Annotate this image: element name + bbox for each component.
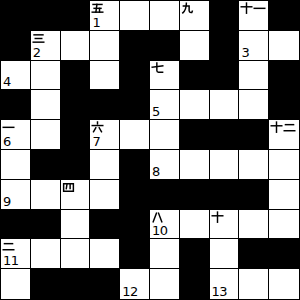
cell-r8c0[interactable]: 11 xyxy=(1,239,31,269)
cell-r9c5[interactable] xyxy=(150,269,180,299)
cell-r4c2 xyxy=(61,120,91,150)
cell-r6c9[interactable] xyxy=(269,180,299,210)
cell-r6c2[interactable] xyxy=(61,180,91,210)
cell-r3c9 xyxy=(269,90,299,120)
cell-r6c6 xyxy=(180,180,210,210)
cell-r4c1[interactable] xyxy=(31,120,61,150)
across-number-label: 11 xyxy=(3,254,19,268)
crossword-board: 12345678910111213 xyxy=(0,0,300,300)
down-number-label xyxy=(240,2,266,15)
cell-r5c3[interactable] xyxy=(90,150,120,180)
cell-r5c5[interactable]: 8 xyxy=(150,150,180,180)
cell-r8c7[interactable] xyxy=(210,239,240,269)
cell-r7c6[interactable] xyxy=(180,210,210,240)
down-number-glyph xyxy=(253,2,266,15)
cell-r1c3[interactable] xyxy=(90,31,120,61)
cell-r1c4 xyxy=(120,31,150,61)
cell-r8c9 xyxy=(269,239,299,269)
cell-r9c1 xyxy=(31,269,61,299)
cell-r7c0 xyxy=(1,210,31,240)
cell-r0c1 xyxy=(31,1,61,31)
cell-r4c8 xyxy=(239,120,269,150)
cell-r1c6[interactable] xyxy=(180,31,210,61)
cell-r6c8 xyxy=(239,180,269,210)
cell-r0c8[interactable] xyxy=(239,1,269,31)
cell-r3c0 xyxy=(1,90,31,120)
down-number-label xyxy=(151,62,164,75)
cell-r7c8[interactable] xyxy=(239,210,269,240)
cell-r3c4 xyxy=(120,90,150,120)
down-number-glyph xyxy=(151,211,164,224)
down-number-glyph xyxy=(91,2,104,15)
cell-r2c9 xyxy=(269,61,299,91)
down-number-glyph xyxy=(211,211,224,224)
cell-r8c2[interactable] xyxy=(61,239,91,269)
cell-r5c0[interactable] xyxy=(1,150,31,180)
cell-r5c2 xyxy=(61,150,91,180)
cell-r1c0 xyxy=(1,31,31,61)
cell-r9c3 xyxy=(90,269,120,299)
down-number-label xyxy=(211,211,224,224)
cell-r4c9[interactable] xyxy=(269,120,299,150)
cell-r2c7 xyxy=(210,61,240,91)
cell-r0c9 xyxy=(269,1,299,31)
cell-r0c2 xyxy=(61,1,91,31)
cell-r1c2[interactable] xyxy=(61,31,91,61)
cell-r5c7[interactable] xyxy=(210,150,240,180)
down-number-label xyxy=(2,240,15,253)
cell-r3c2 xyxy=(61,90,91,120)
cell-r4c6 xyxy=(180,120,210,150)
down-number-label xyxy=(2,121,15,134)
cell-r8c4 xyxy=(120,239,150,269)
across-number-label: 1 xyxy=(92,16,100,30)
down-number-label xyxy=(151,211,164,224)
cell-r6c5 xyxy=(150,180,180,210)
cell-r8c3[interactable] xyxy=(90,239,120,269)
across-number-label: 13 xyxy=(212,285,228,299)
down-number-label xyxy=(62,181,75,194)
cell-r5c1 xyxy=(31,150,61,180)
down-number-glyph xyxy=(32,32,45,45)
cell-r4c7 xyxy=(210,120,240,150)
cell-r4c3[interactable]: 7 xyxy=(90,120,120,150)
cell-r0c4[interactable] xyxy=(120,1,150,31)
cell-r7c1 xyxy=(31,210,61,240)
cell-r9c2 xyxy=(61,269,91,299)
cell-r2c6 xyxy=(180,61,210,91)
cell-r7c2[interactable] xyxy=(61,210,91,240)
cell-r1c7 xyxy=(210,31,240,61)
cell-r3c8[interactable] xyxy=(239,90,269,120)
cell-r3c5[interactable]: 5 xyxy=(150,90,180,120)
cell-r0c5[interactable] xyxy=(150,1,180,31)
cell-r0c6[interactable] xyxy=(180,1,210,31)
cell-r6c7 xyxy=(210,180,240,210)
down-number-glyph xyxy=(181,2,194,15)
cell-r7c9[interactable] xyxy=(269,210,299,240)
across-number-label: 4 xyxy=(3,75,11,89)
cell-r5c9[interactable] xyxy=(269,150,299,180)
cell-r1c5 xyxy=(150,31,180,61)
across-number-label: 3 xyxy=(241,46,249,60)
cell-r2c0[interactable]: 4 xyxy=(1,61,31,91)
cell-r0c3[interactable]: 1 xyxy=(90,1,120,31)
across-number-label: 12 xyxy=(122,285,138,299)
cell-r3c3 xyxy=(90,90,120,120)
cell-r9c9[interactable] xyxy=(269,269,299,299)
down-number-glyph xyxy=(283,121,296,134)
down-number-glyph xyxy=(151,62,164,75)
down-number-glyph xyxy=(62,181,75,194)
cell-r4c5[interactable] xyxy=(150,120,180,150)
cell-r9c8[interactable] xyxy=(239,269,269,299)
cell-r4c4[interactable] xyxy=(120,120,150,150)
cell-r2c5[interactable] xyxy=(150,61,180,91)
down-number-glyph xyxy=(2,240,15,253)
cell-r2c2 xyxy=(61,61,91,91)
down-number-glyph xyxy=(91,121,104,134)
cell-r1c8[interactable]: 3 xyxy=(239,31,269,61)
cell-r3c1[interactable] xyxy=(31,90,61,120)
cell-r1c1[interactable]: 2 xyxy=(31,31,61,61)
cell-r0c7 xyxy=(210,1,240,31)
cell-r8c6 xyxy=(180,239,210,269)
cell-r7c4 xyxy=(120,210,150,240)
cell-r6c4 xyxy=(120,180,150,210)
cell-r5c6[interactable] xyxy=(180,150,210,180)
across-number-label: 7 xyxy=(92,135,100,149)
across-number-label: 6 xyxy=(3,135,11,149)
cell-r8c8 xyxy=(239,239,269,269)
cell-r2c8[interactable] xyxy=(239,61,269,91)
cell-r2c1[interactable] xyxy=(31,61,61,91)
cell-r5c8[interactable] xyxy=(239,150,269,180)
cell-r9c0[interactable] xyxy=(1,269,31,299)
down-number-label xyxy=(91,121,104,134)
across-number-label: 8 xyxy=(152,165,160,179)
cell-r3c7[interactable] xyxy=(210,90,240,120)
across-number-label: 5 xyxy=(152,105,160,119)
down-number-glyph xyxy=(270,121,283,134)
down-number-label xyxy=(270,121,296,134)
cell-r4c0[interactable]: 6 xyxy=(1,120,31,150)
cell-r7c5[interactable]: 10 xyxy=(150,210,180,240)
across-number-label: 9 xyxy=(3,195,11,209)
across-number-label: 10 xyxy=(152,224,168,238)
cell-r7c7[interactable] xyxy=(210,210,240,240)
cell-r2c4 xyxy=(120,61,150,91)
down-number-label xyxy=(32,32,45,45)
down-number-glyph xyxy=(2,121,15,134)
cell-r8c5[interactable] xyxy=(150,239,180,269)
cell-r6c3[interactable] xyxy=(90,180,120,210)
cell-r0c0 xyxy=(1,1,31,31)
cell-r6c1[interactable] xyxy=(31,180,61,210)
down-number-label xyxy=(181,2,194,15)
down-number-label xyxy=(91,2,104,15)
across-number-label: 2 xyxy=(33,46,41,60)
cell-r8c1[interactable] xyxy=(31,239,61,269)
cell-r5c4 xyxy=(120,150,150,180)
cell-r2c3[interactable] xyxy=(90,61,120,91)
cell-r9c4[interactable]: 12 xyxy=(120,269,150,299)
cell-r9c7[interactable]: 13 xyxy=(210,269,240,299)
cell-r9c6 xyxy=(180,269,210,299)
down-number-glyph xyxy=(240,2,253,15)
cell-r3c6[interactable] xyxy=(180,90,210,120)
cell-r7c3 xyxy=(90,210,120,240)
cell-r6c0[interactable]: 9 xyxy=(1,180,31,210)
cell-r1c9[interactable] xyxy=(269,31,299,61)
